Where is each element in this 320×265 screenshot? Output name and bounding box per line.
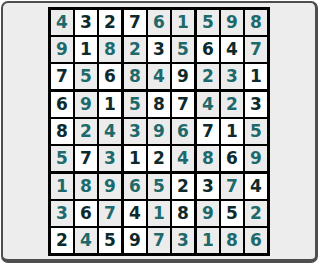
- cell-r2c1[interactable]: 9: [50, 36, 75, 63]
- sudoku-board: 4327615989182356477568492316915874238243…: [48, 7, 240, 256]
- cell-r9c8[interactable]: 8: [220, 227, 240, 255]
- cell-r1c4[interactable]: 7: [123, 8, 148, 36]
- cell-r8c8[interactable]: 5: [220, 200, 240, 227]
- cell-r1c7[interactable]: 5: [196, 8, 221, 36]
- cell-r4c1[interactable]: 6: [50, 90, 75, 118]
- cell-r4c7[interactable]: 4: [196, 90, 221, 118]
- cell-r9c4[interactable]: 9: [123, 227, 148, 255]
- cell-r7c5[interactable]: 5: [147, 172, 171, 200]
- cell-r7c4[interactable]: 6: [123, 172, 148, 200]
- cell-r3c8[interactable]: 3: [220, 63, 240, 91]
- cell-r3c5[interactable]: 4: [147, 63, 171, 91]
- cell-r5c3[interactable]: 4: [98, 118, 123, 145]
- cell-r5c7[interactable]: 7: [196, 118, 221, 145]
- cell-r3c2[interactable]: 5: [74, 63, 98, 91]
- cell-r7c3[interactable]: 9: [98, 172, 123, 200]
- cell-r8c6[interactable]: 8: [171, 200, 196, 227]
- cell-r3c3[interactable]: 6: [98, 63, 123, 91]
- board-row-9: 245973186: [50, 227, 241, 255]
- cell-r1c3[interactable]: 2: [98, 8, 123, 36]
- cell-r2c2[interactable]: 1: [74, 36, 98, 63]
- cell-r4c5[interactable]: 8: [147, 90, 171, 118]
- cell-r7c8[interactable]: 7: [220, 172, 240, 200]
- cell-r9c6[interactable]: 3: [171, 227, 196, 255]
- cell-r8c7[interactable]: 9: [196, 200, 221, 227]
- board-row-1: 432761598: [50, 8, 241, 36]
- cell-r6c2[interactable]: 7: [74, 145, 98, 173]
- cell-r1c8[interactable]: 9: [220, 8, 240, 36]
- cell-r8c2[interactable]: 6: [74, 200, 98, 227]
- cell-r5c1[interactable]: 8: [50, 118, 75, 145]
- cell-r3c1[interactable]: 7: [50, 63, 75, 91]
- cell-r2c4[interactable]: 2: [123, 36, 148, 63]
- board-row-6: 573124869: [50, 145, 241, 173]
- cell-r6c3[interactable]: 3: [98, 145, 123, 173]
- cell-r2c6[interactable]: 5: [171, 36, 196, 63]
- board-row-3: 756849231: [50, 63, 241, 91]
- cell-r8c1[interactable]: 3: [50, 200, 75, 227]
- cell-r3c6[interactable]: 9: [171, 63, 196, 91]
- sudoku-board-body: 4327615989182356477568492316915874238243…: [50, 8, 241, 254]
- cell-r6c4[interactable]: 1: [123, 145, 148, 173]
- cell-r9c3[interactable]: 5: [98, 227, 123, 255]
- cell-r5c5[interactable]: 9: [147, 118, 171, 145]
- cell-r9c2[interactable]: 4: [74, 227, 98, 255]
- cell-r6c5[interactable]: 2: [147, 145, 171, 173]
- cell-r1c1[interactable]: 4: [50, 8, 75, 36]
- cell-r5c2[interactable]: 2: [74, 118, 98, 145]
- cell-r7c6[interactable]: 2: [171, 172, 196, 200]
- board-row-5: 824396715: [50, 118, 241, 145]
- cell-r8c3[interactable]: 7: [98, 200, 123, 227]
- cell-r4c2[interactable]: 9: [74, 90, 98, 118]
- cell-r4c3[interactable]: 1: [98, 90, 123, 118]
- cell-r7c7[interactable]: 3: [196, 172, 221, 200]
- cell-r9c7[interactable]: 1: [196, 227, 221, 255]
- cell-r2c5[interactable]: 3: [147, 36, 171, 63]
- board-row-7: 189652374: [50, 172, 241, 200]
- board-row-8: 367418952: [50, 200, 241, 227]
- cell-r7c1[interactable]: 1: [50, 172, 75, 200]
- cell-r8c4[interactable]: 4: [123, 200, 148, 227]
- cell-r5c8[interactable]: 1: [220, 118, 240, 145]
- cell-r9c1[interactable]: 2: [50, 227, 75, 255]
- cell-r3c7[interactable]: 2: [196, 63, 221, 91]
- cell-r3c4[interactable]: 8: [123, 63, 148, 91]
- cell-r7c2[interactable]: 8: [74, 172, 98, 200]
- cell-r5c6[interactable]: 6: [171, 118, 196, 145]
- cell-r4c8[interactable]: 2: [220, 90, 240, 118]
- board-row-2: 918235647: [50, 36, 241, 63]
- sudoku-widget-frame: 4327615989182356477568492316915874238243…: [1, 1, 240, 263]
- cell-r4c6[interactable]: 7: [171, 90, 196, 118]
- cell-r1c6[interactable]: 1: [171, 8, 196, 36]
- cell-r6c6[interactable]: 4: [171, 145, 196, 173]
- cell-r2c7[interactable]: 6: [196, 36, 221, 63]
- cell-r6c1[interactable]: 5: [50, 145, 75, 173]
- cell-r2c8[interactable]: 4: [220, 36, 240, 63]
- cell-r1c5[interactable]: 6: [147, 8, 171, 36]
- cell-r9c5[interactable]: 7: [147, 227, 171, 255]
- cell-r2c3[interactable]: 8: [98, 36, 123, 63]
- cell-r4c4[interactable]: 5: [123, 90, 148, 118]
- board-row-4: 691587423: [50, 90, 241, 118]
- cell-r6c7[interactable]: 8: [196, 145, 221, 173]
- cell-r8c5[interactable]: 1: [147, 200, 171, 227]
- cell-r1c2[interactable]: 3: [74, 8, 98, 36]
- cell-r6c8[interactable]: 6: [220, 145, 240, 173]
- cell-r5c4[interactable]: 3: [123, 118, 148, 145]
